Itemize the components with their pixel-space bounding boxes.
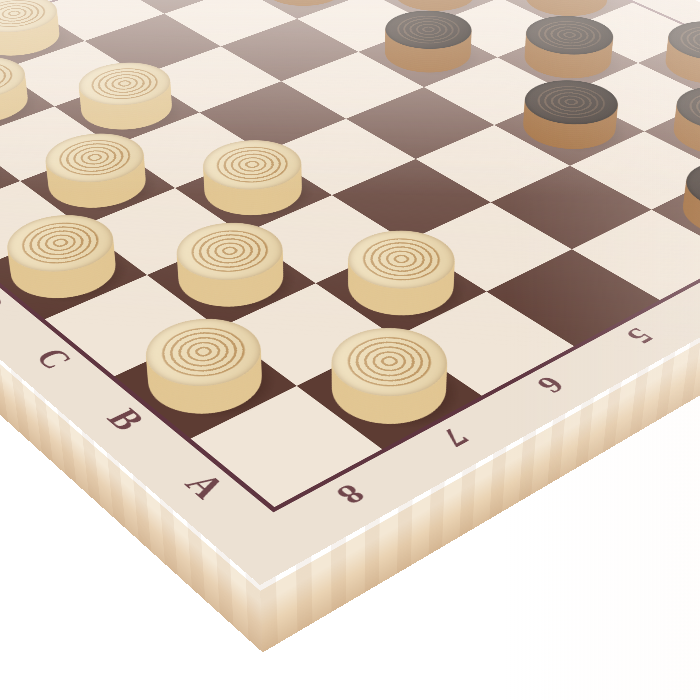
checker-light-d6[interactable]	[175, 152, 332, 233]
checker-light-g7[interactable]	[0, 70, 55, 139]
checker-dark-e3[interactable]	[358, 24, 497, 87]
checker-light-c7[interactable]	[147, 234, 316, 328]
checker-light-d8[interactable]	[0, 226, 147, 319]
checker-dark-g3[interactable]	[240, 0, 370, 19]
checker-light-f6[interactable]	[55, 76, 200, 146]
board: HGFEDCBA87654321	[0, 0, 700, 585]
checker-dark-c3[interactable]	[494, 93, 644, 166]
checker-light-f8[interactable]	[0, 139, 20, 218]
piece-side-layer	[0, 129, 8, 197]
checkers-photo-scene: HGFEDCBA87654321	[0, 0, 700, 700]
checker-light-b6[interactable]	[316, 241, 487, 337]
